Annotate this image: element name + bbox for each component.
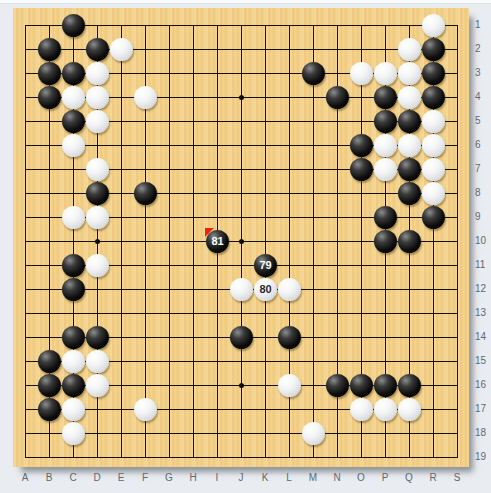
column-label-f: F (137, 472, 153, 484)
black-stone-q7 (398, 158, 421, 181)
white-stone-q6 (398, 134, 421, 157)
black-stone-n16 (326, 374, 349, 397)
black-stone-q5 (398, 110, 421, 133)
column-label-r: R (425, 472, 441, 484)
star-point-j10 (239, 239, 244, 244)
star-point-j16 (239, 383, 244, 388)
black-stone-p4 (374, 86, 397, 109)
goban-board[interactable]: 817980 (13, 8, 469, 467)
panel-top-highlight (0, 0, 491, 4)
star-point-d10 (95, 239, 100, 244)
row-label-7: 7 (475, 163, 491, 175)
white-stone-j12 (230, 278, 253, 301)
white-stone-r7 (422, 158, 445, 181)
black-stone-p5 (374, 110, 397, 133)
white-stone-q17 (398, 398, 421, 421)
white-stone-r1 (422, 14, 445, 37)
black-stone-d14 (86, 326, 109, 349)
row-label-19: 19 (475, 451, 491, 463)
black-stone-p16 (374, 374, 397, 397)
row-label-1: 1 (475, 19, 491, 31)
row-label-11: 11 (475, 259, 491, 271)
row-label-13: 13 (475, 307, 491, 319)
column-label-m: M (305, 472, 321, 484)
white-stone-o17 (350, 398, 373, 421)
row-label-2: 2 (475, 43, 491, 55)
white-stone-l12 (278, 278, 301, 301)
row-label-3: 3 (475, 67, 491, 79)
column-label-a: A (17, 472, 33, 484)
move-number-label: 79 (259, 260, 271, 271)
black-stone-r4 (422, 86, 445, 109)
black-stone-c11 (62, 254, 85, 277)
black-stone-n4 (326, 86, 349, 109)
column-label-j: J (233, 472, 249, 484)
black-stone-q10 (398, 230, 421, 253)
row-label-12: 12 (475, 283, 491, 295)
white-stone-d9 (86, 206, 109, 229)
black-stone-c12 (62, 278, 85, 301)
white-stone-m18 (302, 422, 325, 445)
white-stone-c6 (62, 134, 85, 157)
move-number-label: 80 (259, 284, 271, 295)
black-stone-d2 (86, 38, 109, 61)
white-stone-l16 (278, 374, 301, 397)
row-label-9: 9 (475, 211, 491, 223)
column-label-g: G (161, 472, 177, 484)
column-label-e: E (113, 472, 129, 484)
black-stone-b17 (38, 398, 61, 421)
white-stone-k12: 80 (254, 278, 277, 301)
column-label-b: B (41, 472, 57, 484)
black-stone-c16 (62, 374, 85, 397)
black-stone-m3 (302, 62, 325, 85)
black-stone-b2 (38, 38, 61, 61)
black-stone-b15 (38, 350, 61, 373)
white-stone-r8 (422, 182, 445, 205)
white-stone-c18 (62, 422, 85, 445)
column-label-c: C (65, 472, 81, 484)
white-stone-o3 (350, 62, 373, 85)
black-stone-q16 (398, 374, 421, 397)
column-label-q: Q (401, 472, 417, 484)
column-label-n: N (329, 472, 345, 484)
black-stone-c1 (62, 14, 85, 37)
black-stone-b4 (38, 86, 61, 109)
black-stone-d8 (86, 182, 109, 205)
column-label-p: P (377, 472, 393, 484)
white-stone-c15 (62, 350, 85, 373)
white-stone-d5 (86, 110, 109, 133)
grid-lines: 817980 (25, 25, 458, 458)
white-stone-d3 (86, 62, 109, 85)
black-stone-p9 (374, 206, 397, 229)
white-stone-p6 (374, 134, 397, 157)
column-label-s: S (449, 472, 465, 484)
white-stone-f17 (134, 398, 157, 421)
star-point-j4 (239, 95, 244, 100)
white-stone-q4 (398, 86, 421, 109)
white-stone-e2 (110, 38, 133, 61)
black-stone-q8 (398, 182, 421, 205)
black-stone-o7 (350, 158, 373, 181)
column-label-h: H (185, 472, 201, 484)
column-label-i: I (209, 472, 225, 484)
white-stone-r6 (422, 134, 445, 157)
black-stone-c3 (62, 62, 85, 85)
white-stone-f4 (134, 86, 157, 109)
white-stone-c9 (62, 206, 85, 229)
column-label-l: L (281, 472, 297, 484)
black-stone-l14 (278, 326, 301, 349)
black-stone-c5 (62, 110, 85, 133)
column-label-k: K (257, 472, 273, 484)
black-stone-j14 (230, 326, 253, 349)
white-stone-c17 (62, 398, 85, 421)
black-stone-o16 (350, 374, 373, 397)
white-stone-d11 (86, 254, 109, 277)
black-stone-p10 (374, 230, 397, 253)
row-label-8: 8 (475, 187, 491, 199)
black-stone-b16 (38, 374, 61, 397)
black-stone-b3 (38, 62, 61, 85)
white-stone-q2 (398, 38, 421, 61)
row-label-18: 18 (475, 427, 491, 439)
move-number-label: 81 (211, 236, 223, 247)
black-stone-r3 (422, 62, 445, 85)
row-label-17: 17 (475, 403, 491, 415)
row-label-16: 16 (475, 379, 491, 391)
white-stone-d7 (86, 158, 109, 181)
white-stone-d15 (86, 350, 109, 373)
row-label-5: 5 (475, 115, 491, 127)
black-stone-c14 (62, 326, 85, 349)
white-stone-d4 (86, 86, 109, 109)
black-stone-k11: 79 (254, 254, 277, 277)
white-stone-p7 (374, 158, 397, 181)
white-stone-q3 (398, 62, 421, 85)
black-stone-r2 (422, 38, 445, 61)
white-stone-p3 (374, 62, 397, 85)
row-label-10: 10 (475, 235, 491, 247)
white-stone-r5 (422, 110, 445, 133)
row-label-4: 4 (475, 91, 491, 103)
column-label-d: D (89, 472, 105, 484)
black-stone-i10: 81 (206, 230, 229, 253)
white-stone-p17 (374, 398, 397, 421)
row-label-6: 6 (475, 139, 491, 151)
black-stone-r9 (422, 206, 445, 229)
black-stone-o6 (350, 134, 373, 157)
row-label-14: 14 (475, 331, 491, 343)
white-stone-d16 (86, 374, 109, 397)
row-label-15: 15 (475, 355, 491, 367)
black-stone-f8 (134, 182, 157, 205)
column-label-o: O (353, 472, 369, 484)
white-stone-c4 (62, 86, 85, 109)
